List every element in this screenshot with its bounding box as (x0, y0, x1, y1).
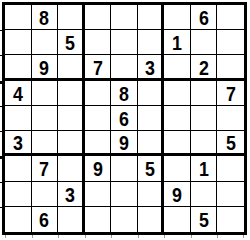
cell-r1c6[interactable] (138, 5, 165, 30)
cell-r7c6[interactable]: 5 (138, 156, 165, 181)
cell-r4c7[interactable] (164, 81, 191, 106)
cell-r9c4[interactable] (85, 207, 112, 232)
cell-r8c1[interactable] (5, 182, 32, 207)
cell-r8c4[interactable] (85, 182, 112, 207)
given-digit: 6 (199, 6, 209, 28)
cell-r2c5[interactable] (111, 30, 138, 55)
cell-r5c7[interactable] (164, 106, 191, 131)
gridline-tick (5, 235, 6, 238)
sudoku-board: 86519732487639579513965 (2, 2, 247, 235)
cell-r5c1[interactable] (5, 106, 32, 131)
cell-r4c4[interactable] (85, 81, 112, 106)
cell-r2c7[interactable]: 1 (164, 30, 191, 55)
cell-r7c4[interactable]: 9 (85, 156, 112, 181)
cell-r5c2[interactable] (32, 106, 59, 131)
gridline-tick (0, 156, 3, 159)
cell-r7c3[interactable] (58, 156, 85, 181)
cell-r6c3[interactable] (58, 131, 85, 156)
cell-r1c3[interactable] (58, 5, 85, 30)
given-digit: 2 (199, 56, 209, 78)
cell-r9c3[interactable] (58, 207, 85, 232)
given-digit: 3 (145, 56, 155, 78)
cell-r7c2[interactable]: 7 (32, 156, 59, 181)
gridline-tick (0, 81, 3, 84)
cell-r3c4[interactable]: 7 (85, 55, 112, 80)
cell-r1c2[interactable]: 8 (32, 5, 59, 30)
cell-r7c7[interactable] (164, 156, 191, 181)
gridline-tick (164, 235, 165, 238)
cell-r2c2[interactable] (32, 30, 59, 55)
given-digit: 1 (172, 31, 182, 53)
gridline-tick (0, 207, 3, 208)
gridline-tick (217, 235, 218, 238)
given-digit: 9 (92, 157, 102, 179)
given-digit: 5 (145, 157, 155, 179)
cell-r1c9[interactable] (217, 5, 244, 30)
cell-r8c7[interactable]: 9 (164, 182, 191, 207)
cell-r8c5[interactable] (111, 182, 138, 207)
cell-r2c4[interactable] (85, 30, 112, 55)
given-digit: 8 (39, 6, 49, 28)
cell-r4c2[interactable] (32, 81, 59, 106)
cell-r6c5[interactable]: 9 (111, 131, 138, 156)
cell-r9c8[interactable]: 5 (191, 207, 218, 232)
given-digit: 4 (13, 82, 23, 104)
cell-r3c8[interactable]: 2 (191, 55, 218, 80)
cell-r8c8[interactable] (191, 182, 218, 207)
cell-r6c8[interactable] (191, 131, 218, 156)
cell-r8c9[interactable] (217, 182, 244, 207)
cell-r7c1[interactable] (5, 156, 32, 181)
cell-r5c4[interactable] (85, 106, 112, 131)
gridline-tick (0, 55, 3, 56)
given-digit: 6 (39, 208, 49, 230)
cell-r5c6[interactable] (138, 106, 165, 131)
cell-r3c2[interactable]: 9 (32, 55, 59, 80)
cell-r5c5[interactable]: 6 (111, 106, 138, 131)
cell-r8c3[interactable]: 3 (58, 182, 85, 207)
given-digit: 8 (119, 82, 129, 104)
cell-r7c5[interactable] (111, 156, 138, 181)
gridline-tick (138, 235, 139, 238)
given-digit: 6 (119, 107, 129, 129)
cell-r9c5[interactable] (111, 207, 138, 232)
cell-r4c9[interactable]: 7 (217, 81, 244, 106)
given-digit: 5 (199, 208, 209, 230)
cell-r6c6[interactable] (138, 131, 165, 156)
cell-r9c7[interactable] (164, 207, 191, 232)
cell-r2c3[interactable]: 5 (58, 30, 85, 55)
gridline-tick (0, 131, 3, 132)
cell-r3c3[interactable] (58, 55, 85, 80)
gridline-tick (0, 106, 3, 107)
cell-r4c6[interactable] (138, 81, 165, 106)
given-digit: 3 (65, 183, 75, 205)
given-digit: 9 (119, 131, 129, 153)
gridline-tick (111, 235, 112, 238)
cell-r6c2[interactable] (32, 131, 59, 156)
cell-r3c7[interactable] (164, 55, 191, 80)
gridline-tick (0, 182, 3, 183)
cell-r3c1[interactable] (5, 55, 32, 80)
cell-r1c5[interactable] (111, 5, 138, 30)
cell-r6c7[interactable] (164, 131, 191, 156)
cell-r2c6[interactable] (138, 30, 165, 55)
cell-r4c1[interactable]: 4 (5, 81, 32, 106)
cell-r9c2[interactable]: 6 (32, 207, 59, 232)
gridline-tick (32, 235, 33, 238)
gridline-tick (243, 235, 244, 238)
cell-r3c6[interactable]: 3 (138, 55, 165, 80)
cell-r9c1[interactable] (5, 207, 32, 232)
cell-r6c4[interactable] (85, 131, 112, 156)
cell-r8c6[interactable] (138, 182, 165, 207)
gridline-tick (0, 30, 3, 31)
given-digit: 5 (226, 131, 236, 153)
given-digit: 9 (39, 56, 49, 78)
cell-r5c8[interactable] (191, 106, 218, 131)
cell-r9c6[interactable] (138, 207, 165, 232)
cell-r8c2[interactable] (32, 182, 59, 207)
gridline-tick (191, 235, 192, 238)
cell-r1c7[interactable] (164, 5, 191, 30)
cell-r4c5[interactable]: 8 (111, 81, 138, 106)
cell-r5c3[interactable] (58, 106, 85, 131)
cell-r2c1[interactable] (5, 30, 32, 55)
cell-r3c9[interactable] (217, 55, 244, 80)
gridline-tick (85, 235, 86, 238)
cell-r3c5[interactable] (111, 55, 138, 80)
cell-r4c8[interactable] (191, 81, 218, 106)
cell-r1c1[interactable] (5, 5, 32, 30)
given-digit: 9 (172, 183, 182, 205)
cell-r6c9[interactable]: 5 (217, 131, 244, 156)
cell-r1c4[interactable] (85, 5, 112, 30)
cell-r7c9[interactable] (217, 156, 244, 181)
given-digit: 3 (13, 131, 23, 153)
cell-r2c9[interactable] (217, 30, 244, 55)
cell-r5c9[interactable] (217, 106, 244, 131)
cell-r4c3[interactable] (58, 81, 85, 106)
given-digit: 1 (199, 157, 209, 179)
cell-r9c9[interactable] (217, 207, 244, 232)
cell-r1c8[interactable]: 6 (191, 5, 218, 30)
given-digit: 7 (39, 157, 49, 179)
gridline-tick (58, 235, 59, 238)
given-digit: 7 (92, 56, 102, 78)
cell-r2c8[interactable] (191, 30, 218, 55)
given-digit: 7 (226, 82, 236, 104)
cell-r7c8[interactable]: 1 (191, 156, 218, 181)
given-digit: 5 (65, 31, 75, 53)
cell-r6c1[interactable]: 3 (5, 131, 32, 156)
